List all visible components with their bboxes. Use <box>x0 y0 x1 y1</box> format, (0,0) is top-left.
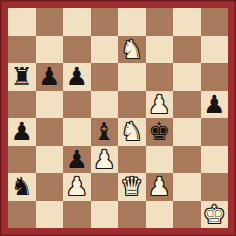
white-pawn-piece: ♟ <box>148 91 170 119</box>
black-bishop-piece: ♝ <box>93 118 115 146</box>
square-g1[interactable] <box>173 201 201 229</box>
square-f3[interactable] <box>146 146 174 174</box>
square-e2[interactable]: ♛ <box>118 173 146 201</box>
square-d4[interactable]: ♝ <box>91 118 119 146</box>
black-pawn-piece: ♟ <box>203 91 225 119</box>
square-g5[interactable] <box>173 91 201 119</box>
square-h2[interactable] <box>201 173 229 201</box>
square-h6[interactable] <box>201 63 229 91</box>
black-pawn-piece: ♟ <box>66 146 88 174</box>
square-c3[interactable]: ♟ <box>63 146 91 174</box>
square-b1[interactable] <box>36 201 64 229</box>
black-pawn-piece: ♟ <box>38 63 60 91</box>
square-b6[interactable]: ♟ <box>36 63 64 91</box>
square-b7[interactable] <box>36 36 64 64</box>
square-a2[interactable]: ♞ <box>8 173 36 201</box>
square-d7[interactable] <box>91 36 119 64</box>
square-d5[interactable] <box>91 91 119 119</box>
square-c1[interactable] <box>63 201 91 229</box>
square-d3[interactable]: ♟ <box>91 146 119 174</box>
square-c5[interactable] <box>63 91 91 119</box>
square-e5[interactable] <box>118 91 146 119</box>
square-c6[interactable]: ♟ <box>63 63 91 91</box>
square-e8[interactable] <box>118 8 146 36</box>
square-h3[interactable] <box>201 146 229 174</box>
square-f1[interactable] <box>146 201 174 229</box>
square-b8[interactable] <box>36 8 64 36</box>
square-f6[interactable] <box>146 63 174 91</box>
square-f7[interactable] <box>146 36 174 64</box>
square-h1[interactable]: ♚ <box>201 201 229 229</box>
chess-board: ♞♜♟♟♟♟♟♝♞♚♟♟♞♟♛♟♚ <box>8 8 228 228</box>
square-c7[interactable] <box>63 36 91 64</box>
square-a4[interactable]: ♟ <box>8 118 36 146</box>
square-g7[interactable] <box>173 36 201 64</box>
square-h8[interactable] <box>201 8 229 36</box>
square-e4[interactable]: ♞ <box>118 118 146 146</box>
square-a7[interactable] <box>8 36 36 64</box>
square-a1[interactable] <box>8 201 36 229</box>
square-d6[interactable] <box>91 63 119 91</box>
white-pawn-piece: ♟ <box>66 173 88 201</box>
square-c8[interactable] <box>63 8 91 36</box>
square-e6[interactable] <box>118 63 146 91</box>
square-h5[interactable]: ♟ <box>201 91 229 119</box>
square-b2[interactable] <box>36 173 64 201</box>
square-d8[interactable] <box>91 8 119 36</box>
white-pawn-piece: ♟ <box>148 173 170 201</box>
black-king-piece: ♚ <box>148 118 170 146</box>
black-rook-piece: ♜ <box>11 63 33 91</box>
square-f2[interactable]: ♟ <box>146 173 174 201</box>
square-d2[interactable] <box>91 173 119 201</box>
black-pawn-piece: ♟ <box>11 118 33 146</box>
square-e3[interactable] <box>118 146 146 174</box>
square-f8[interactable] <box>146 8 174 36</box>
square-b3[interactable] <box>36 146 64 174</box>
square-a6[interactable]: ♜ <box>8 63 36 91</box>
square-d1[interactable] <box>91 201 119 229</box>
square-c4[interactable] <box>63 118 91 146</box>
square-a5[interactable] <box>8 91 36 119</box>
square-g6[interactable] <box>173 63 201 91</box>
black-knight-piece: ♞ <box>11 173 33 201</box>
square-a8[interactable] <box>8 8 36 36</box>
square-f5[interactable]: ♟ <box>146 91 174 119</box>
square-b5[interactable] <box>36 91 64 119</box>
square-f4[interactable]: ♚ <box>146 118 174 146</box>
black-pawn-piece: ♟ <box>66 63 88 91</box>
square-g4[interactable] <box>173 118 201 146</box>
square-h7[interactable] <box>201 36 229 64</box>
square-a3[interactable] <box>8 146 36 174</box>
white-king-piece: ♚ <box>203 201 225 229</box>
square-b4[interactable] <box>36 118 64 146</box>
board-frame: ♞♜♟♟♟♟♟♝♞♚♟♟♞♟♛♟♚ <box>0 0 236 236</box>
square-c2[interactable]: ♟ <box>63 173 91 201</box>
square-e1[interactable] <box>118 201 146 229</box>
square-h4[interactable] <box>201 118 229 146</box>
white-knight-piece: ♞ <box>121 118 143 146</box>
square-g8[interactable] <box>173 8 201 36</box>
square-g2[interactable] <box>173 173 201 201</box>
square-e7[interactable]: ♞ <box>118 36 146 64</box>
white-pawn-piece: ♟ <box>93 146 115 174</box>
square-g3[interactable] <box>173 146 201 174</box>
white-queen-piece: ♛ <box>121 173 143 201</box>
white-knight-piece: ♞ <box>121 36 143 64</box>
